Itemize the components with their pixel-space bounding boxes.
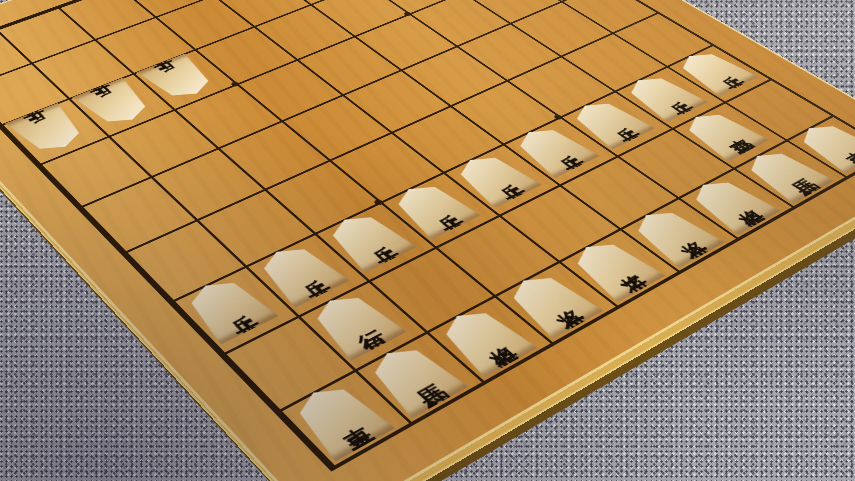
piece-kanji-label: 飛車 (713, 129, 730, 138)
piece-kanji-label: 歩兵 (706, 67, 722, 75)
piece-kanji-label: 桂馬 (402, 371, 425, 384)
star-point (373, 199, 385, 206)
piece-kanji-label: 桂馬 (777, 169, 794, 179)
piece-kanji-label: 歩兵 (288, 267, 310, 278)
piece-kanji-label: 歩兵 (484, 173, 503, 183)
piece-kanji-label: 香車 (327, 411, 351, 425)
piece-kanji-label: 歩兵 (105, 99, 125, 108)
star-point (230, 81, 240, 87)
star-point (553, 114, 564, 120)
piece-kanji-label: 王将 (604, 262, 624, 273)
piece-kanji-label: 香車 (829, 141, 846, 150)
piece-kanji-label: 歩兵 (422, 203, 442, 213)
shogi-photo-scene: 歩兵歩兵歩兵歩兵歩兵歩兵歩兵歩兵歩兵歩兵歩兵歩兵飛車角行香車桂馬銀将金将王将金将… (0, 0, 855, 481)
piece-kanji-label: 銀将 (722, 198, 740, 208)
piece-kanji-label: 歩兵 (544, 145, 562, 154)
piece-kanji-label: 歩兵 (357, 234, 378, 245)
piece-kanji-label: 角行 (343, 317, 366, 329)
piece-kanji-label: 歩兵 (38, 125, 59, 134)
piece-kanji-label: 銀将 (473, 333, 495, 345)
star-point (403, 11, 413, 16)
piece-kanji-label: 歩兵 (169, 74, 189, 82)
piece-kanji-label: 歩兵 (600, 118, 618, 127)
piece-kanji-label: 歩兵 (216, 302, 239, 314)
piece-kanji-label: 歩兵 (654, 92, 671, 100)
piece-kanji-label: 金将 (664, 229, 683, 240)
piece-kanji-label: 金将 (540, 296, 561, 308)
